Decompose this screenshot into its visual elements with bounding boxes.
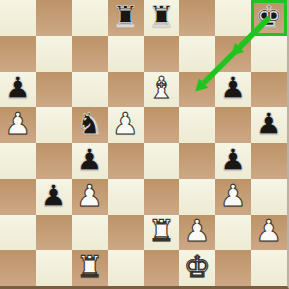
square-e1[interactable] <box>144 250 180 286</box>
square-c6[interactable] <box>72 72 108 108</box>
piece-white-pawn[interactable]: ♟ <box>4 109 31 139</box>
piece-white-bishop[interactable]: ♝ <box>148 73 175 103</box>
piece-white-king[interactable]: ♚ <box>184 252 211 282</box>
square-e2[interactable]: ♜ <box>144 215 180 251</box>
square-b6[interactable] <box>36 72 72 108</box>
square-g4[interactable]: ♟ <box>215 143 251 179</box>
chess-app: ♜♜♚♟♝♟♟♞♟♟♟♟♟♟♟♜♟♟♜♚ <box>0 0 289 289</box>
square-d6[interactable] <box>108 72 144 108</box>
square-b2[interactable] <box>36 215 72 251</box>
square-d1[interactable] <box>108 250 144 286</box>
square-a2[interactable] <box>0 215 36 251</box>
square-f7[interactable] <box>179 36 215 72</box>
piece-black-king[interactable]: ♚ <box>256 2 283 32</box>
piece-white-pawn[interactable]: ♟ <box>184 216 211 246</box>
square-a1[interactable] <box>0 250 36 286</box>
square-c2[interactable] <box>72 215 108 251</box>
square-b1[interactable] <box>36 250 72 286</box>
piece-white-pawn[interactable]: ♟ <box>256 216 283 246</box>
square-a6[interactable]: ♟ <box>0 72 36 108</box>
square-a8[interactable] <box>0 0 36 36</box>
square-d3[interactable] <box>108 179 144 215</box>
square-a7[interactable] <box>0 36 36 72</box>
piece-white-pawn[interactable]: ♟ <box>76 181 103 211</box>
square-c1[interactable]: ♜ <box>72 250 108 286</box>
square-d8[interactable]: ♜ <box>108 0 144 36</box>
square-a4[interactable] <box>0 143 36 179</box>
square-h5[interactable]: ♟ <box>251 107 287 143</box>
piece-black-rook[interactable]: ♜ <box>148 2 175 32</box>
square-e3[interactable] <box>144 179 180 215</box>
square-b8[interactable] <box>36 0 72 36</box>
square-e4[interactable] <box>144 143 180 179</box>
piece-black-pawn[interactable]: ♟ <box>256 109 283 139</box>
square-h4[interactable] <box>251 143 287 179</box>
square-f5[interactable] <box>179 107 215 143</box>
square-f6[interactable] <box>179 72 215 108</box>
square-e5[interactable] <box>144 107 180 143</box>
square-f8[interactable] <box>179 0 215 36</box>
square-a3[interactable] <box>0 179 36 215</box>
square-b4[interactable] <box>36 143 72 179</box>
piece-black-pawn[interactable]: ♟ <box>220 73 247 103</box>
square-d2[interactable] <box>108 215 144 251</box>
piece-black-rook[interactable]: ♜ <box>112 2 139 32</box>
square-b7[interactable] <box>36 36 72 72</box>
square-g5[interactable] <box>215 107 251 143</box>
square-g3[interactable]: ♟ <box>215 179 251 215</box>
piece-white-rook[interactable]: ♜ <box>76 252 103 282</box>
square-f3[interactable] <box>179 179 215 215</box>
square-a5[interactable]: ♟ <box>0 107 36 143</box>
square-b3[interactable]: ♟ <box>36 179 72 215</box>
square-h1[interactable] <box>251 250 287 286</box>
square-d4[interactable] <box>108 143 144 179</box>
chess-board[interactable]: ♜♜♚♟♝♟♟♞♟♟♟♟♟♟♟♜♟♟♜♚ <box>0 0 289 289</box>
square-c7[interactable] <box>72 36 108 72</box>
piece-black-pawn[interactable]: ♟ <box>40 181 67 211</box>
square-h8[interactable]: ♚ <box>251 0 287 36</box>
square-e8[interactable]: ♜ <box>144 0 180 36</box>
square-h3[interactable] <box>251 179 287 215</box>
square-c8[interactable] <box>72 0 108 36</box>
square-b5[interactable] <box>36 107 72 143</box>
square-f4[interactable] <box>179 143 215 179</box>
piece-black-knight[interactable]: ♞ <box>76 109 103 139</box>
square-h6[interactable] <box>251 72 287 108</box>
piece-black-pawn[interactable]: ♟ <box>4 73 31 103</box>
square-h7[interactable] <box>251 36 287 72</box>
square-g1[interactable] <box>215 250 251 286</box>
piece-white-pawn[interactable]: ♟ <box>220 181 247 211</box>
square-c5[interactable]: ♞ <box>72 107 108 143</box>
square-f1[interactable]: ♚ <box>179 250 215 286</box>
piece-black-pawn[interactable]: ♟ <box>220 145 247 175</box>
square-g8[interactable] <box>215 0 251 36</box>
square-e6[interactable]: ♝ <box>144 72 180 108</box>
piece-white-pawn[interactable]: ♟ <box>112 109 139 139</box>
square-h2[interactable]: ♟ <box>251 215 287 251</box>
square-e7[interactable] <box>144 36 180 72</box>
square-g2[interactable] <box>215 215 251 251</box>
piece-black-pawn[interactable]: ♟ <box>76 145 103 175</box>
square-c3[interactable]: ♟ <box>72 179 108 215</box>
square-g6[interactable]: ♟ <box>215 72 251 108</box>
square-c4[interactable]: ♟ <box>72 143 108 179</box>
piece-white-rook[interactable]: ♜ <box>148 216 175 246</box>
square-d7[interactable] <box>108 36 144 72</box>
square-f2[interactable]: ♟ <box>179 215 215 251</box>
square-g7[interactable] <box>215 36 251 72</box>
square-d5[interactable]: ♟ <box>108 107 144 143</box>
